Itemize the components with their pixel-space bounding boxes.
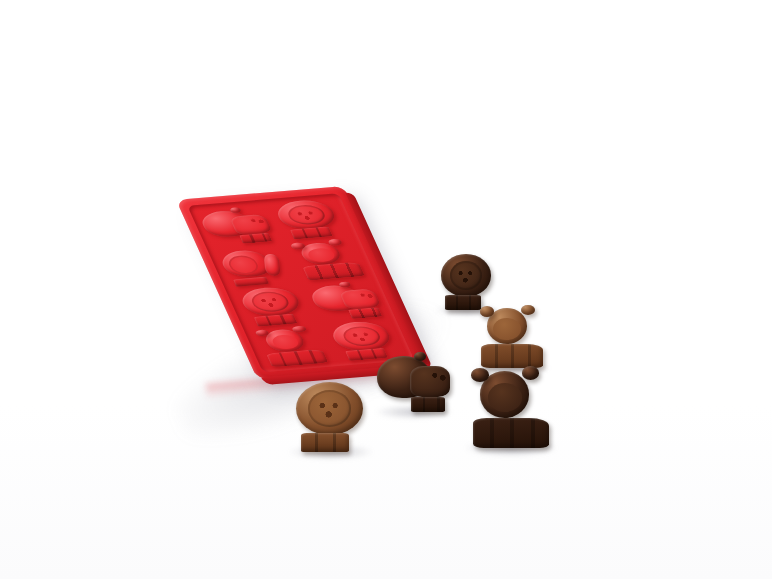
monkey-detail [480, 306, 494, 317]
lion-base [289, 226, 333, 239]
product-photo-stage [0, 0, 772, 579]
elephant-base [233, 277, 269, 286]
mold-cavity-hippo [196, 204, 278, 247]
lion-detail [450, 261, 482, 290]
mold-cavity-lion [233, 285, 315, 328]
chocolate-monkey-milk [476, 306, 548, 368]
chocolate-monkey-dark [467, 368, 555, 448]
monkey-base [266, 349, 328, 368]
mold-cavity-hippo [305, 279, 387, 322]
monkey-base [473, 418, 549, 448]
hippo-base [348, 307, 382, 318]
hippo-detail [410, 366, 450, 397]
chocolate-lion-dark [437, 254, 497, 310]
monkey-detail-2 [521, 305, 535, 316]
lion-base [253, 313, 297, 326]
mold-cavity-lion [269, 198, 351, 241]
chocolate-hippo-dark [377, 350, 451, 412]
mold-inner-field [187, 193, 414, 372]
chocolate-lion-milk [291, 382, 371, 452]
hippo-base [239, 233, 273, 244]
mold-cavity-elephant [214, 244, 296, 287]
lion-base [301, 433, 349, 452]
mold-cavity-monkey [287, 238, 369, 281]
monkey-base [481, 344, 543, 368]
monkey-base [302, 262, 364, 281]
hippo-detail-2 [414, 352, 426, 361]
hippo-base [411, 397, 445, 412]
mold-cavity-monkey [251, 325, 333, 368]
mold-cavity-grid [196, 198, 406, 368]
lion-detail [308, 390, 351, 426]
monkey-detail-2 [522, 366, 540, 380]
monkey-detail [471, 368, 489, 382]
